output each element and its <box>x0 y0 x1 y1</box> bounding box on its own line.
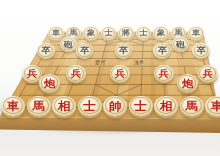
piece-black-soldier[interactable]: 卒 <box>76 43 94 58</box>
piece-character: 砲 <box>172 37 189 50</box>
piece-black-soldier[interactable]: 卒 <box>115 43 133 58</box>
piece-black-cannon[interactable]: 砲 <box>60 37 77 51</box>
piece-character: 卒 <box>37 43 55 57</box>
piece-red-elephant[interactable]: 相 <box>52 96 76 117</box>
piece-character: 炮 <box>39 74 60 91</box>
piece-black-soldier[interactable]: 卒 <box>37 43 55 58</box>
piece-black-chariot[interactable]: 車 <box>188 26 204 39</box>
piece-character: 卒 <box>115 43 133 57</box>
piece-character: 炮 <box>177 74 198 91</box>
piece-black-cannon[interactable]: 砲 <box>172 37 189 51</box>
piece-red-soldier[interactable]: 兵 <box>198 65 218 82</box>
piece-red-soldier[interactable]: 兵 <box>154 65 174 82</box>
piece-character: 車 <box>1 96 25 115</box>
piece-black-soldier[interactable]: 卒 <box>192 43 210 58</box>
piece-character: 兵 <box>66 65 86 81</box>
piece-character: 馬 <box>27 96 51 115</box>
pieces-layer: 車馬象士將士象馬車砲砲卒卒卒卒卒兵兵兵兵兵炮炮車馬相士帥士相馬車 <box>0 0 220 156</box>
piece-red-chariot[interactable]: 車 <box>1 96 25 117</box>
piece-character: 相 <box>52 96 76 115</box>
piece-character: 卒 <box>153 43 171 57</box>
piece-character: 象 <box>153 27 169 39</box>
piece-character: 車 <box>188 27 204 39</box>
piece-character: 帥 <box>103 96 127 115</box>
piece-character: 車 <box>205 96 220 115</box>
piece-red-soldier[interactable]: 兵 <box>110 65 130 82</box>
piece-character: 士 <box>136 27 152 39</box>
piece-black-elephant[interactable]: 象 <box>83 26 99 39</box>
piece-red-general[interactable]: 帥 <box>103 96 127 117</box>
piece-character: 相 <box>154 96 178 115</box>
piece-character: 馬 <box>180 96 204 115</box>
piece-red-advisor[interactable]: 士 <box>129 96 153 117</box>
piece-red-horse[interactable]: 馬 <box>180 96 204 117</box>
piece-character: 兵 <box>110 65 130 81</box>
piece-character: 將 <box>118 27 134 39</box>
piece-red-cannon[interactable]: 炮 <box>177 74 198 92</box>
piece-red-elephant[interactable]: 相 <box>154 96 178 117</box>
piece-black-soldier[interactable]: 卒 <box>153 43 171 58</box>
piece-character: 砲 <box>60 37 77 50</box>
piece-red-soldier[interactable]: 兵 <box>66 65 86 82</box>
piece-character: 卒 <box>76 43 94 57</box>
photo-scene: 楚河漢界 車馬象士將士象馬車砲砲卒卒卒卒卒兵兵兵兵兵炮炮車馬相士帥士相馬車 <box>0 0 220 156</box>
piece-black-advisor[interactable]: 士 <box>101 26 117 39</box>
piece-character: 士 <box>129 96 153 115</box>
piece-red-chariot[interactable]: 車 <box>205 96 220 117</box>
piece-character: 士 <box>101 27 117 39</box>
piece-black-advisor[interactable]: 士 <box>136 26 152 39</box>
piece-character: 兵 <box>154 65 174 81</box>
piece-red-cannon[interactable]: 炮 <box>39 74 60 92</box>
piece-red-advisor[interactable]: 士 <box>78 96 102 117</box>
piece-red-horse[interactable]: 馬 <box>27 96 51 117</box>
piece-character: 兵 <box>198 65 218 81</box>
piece-character: 卒 <box>192 43 210 57</box>
piece-character: 象 <box>83 27 99 39</box>
piece-black-general[interactable]: 將 <box>118 26 134 39</box>
piece-character: 士 <box>78 96 102 115</box>
piece-black-elephant[interactable]: 象 <box>153 26 169 39</box>
